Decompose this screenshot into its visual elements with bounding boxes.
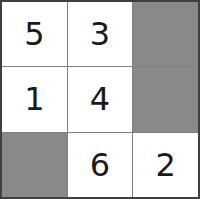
cell-r3c2[interactable]: 6 <box>68 133 133 197</box>
blocked-cell-r3c1 <box>2 133 67 197</box>
cell-r2c2[interactable]: 4 <box>68 67 133 131</box>
cell-r1c1[interactable]: 5 <box>2 2 67 66</box>
cell-r2c1[interactable]: 1 <box>2 67 67 131</box>
cell-r1c2[interactable]: 3 <box>68 2 133 66</box>
blocked-cell-r2c3 <box>133 67 198 131</box>
blocked-cell-r1c3 <box>133 2 198 66</box>
puzzle-board: 531462 <box>0 0 200 199</box>
cell-r3c3[interactable]: 2 <box>133 133 198 197</box>
